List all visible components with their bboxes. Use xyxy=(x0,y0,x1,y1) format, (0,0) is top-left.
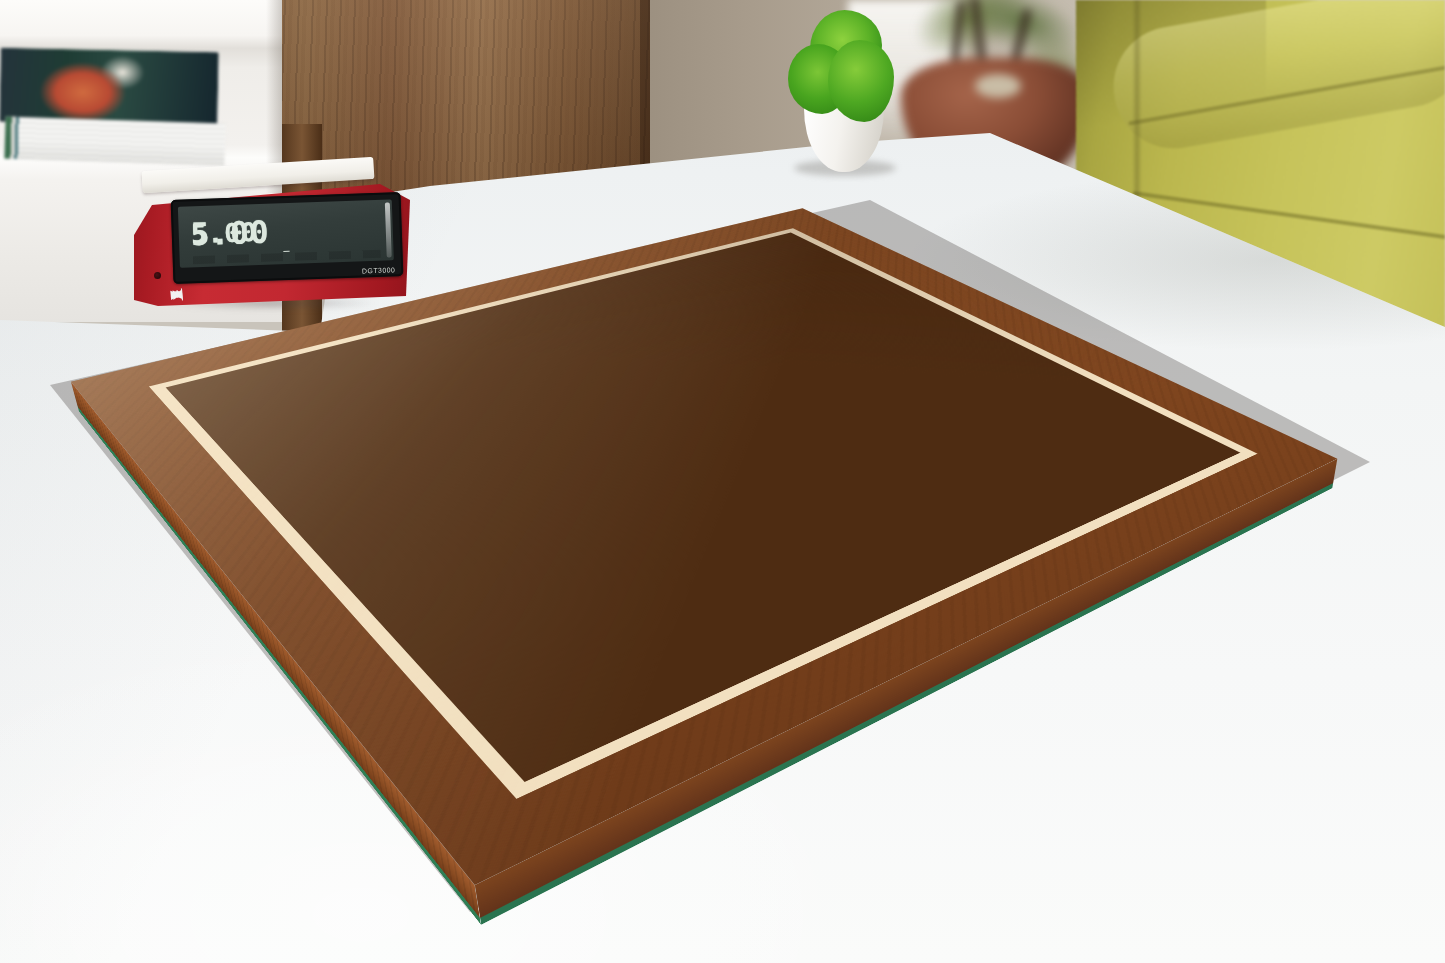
clock-brand-label: DGT3000 xyxy=(362,266,395,274)
clock-lid xyxy=(142,157,375,193)
clock-display-bezel: 5.00 5.00 − DGT3000 xyxy=(171,192,404,284)
board-perspective-scene xyxy=(0,0,1445,963)
product-photo-chessboard: 5.00 5.00 − DGT3000 ◀ • − ♪ ▶| @ + * xyxy=(0,0,1445,963)
clock-lcd: 5.00 5.00 − xyxy=(178,199,394,267)
clock-right-time: 5.00 xyxy=(190,213,270,252)
dot-icon: ● xyxy=(174,290,181,298)
lcd-separator: − xyxy=(283,244,291,258)
lcd-gloss-highlight xyxy=(385,202,392,257)
clock-power-port xyxy=(154,272,161,279)
chess-clock: 5.00 5.00 − DGT3000 ◀ • − ♪ ▶| @ + * xyxy=(118,156,428,324)
